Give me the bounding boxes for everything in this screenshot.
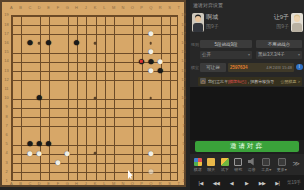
row-label-right: 10 xyxy=(181,96,185,100)
col-label-bottom: L xyxy=(103,182,105,186)
col-label-top: N xyxy=(122,6,125,10)
col-label-bottom: T xyxy=(178,182,180,186)
row-label-right: 5 xyxy=(182,142,184,146)
notice-suffix: ，招募审核指导 xyxy=(246,79,274,84)
black-stone: ● xyxy=(25,38,34,47)
tool-icon xyxy=(262,158,270,166)
white-stone: ● xyxy=(146,66,155,75)
col-label-bottom: K xyxy=(94,182,97,186)
toolbar-label: 棋谱 xyxy=(194,167,202,172)
black-stone: ● xyxy=(44,139,53,148)
label-room: 棋室 xyxy=(191,65,199,70)
game-id-bar: 2597634 4月24日 15:48 xyxy=(228,63,294,72)
col-label-top: F xyxy=(57,6,59,10)
col-label-bottom: A xyxy=(10,182,13,186)
black-stone: ● xyxy=(35,93,44,102)
panel-icon: ≫ xyxy=(292,160,300,168)
col-label-top: Q xyxy=(149,6,152,10)
white-stone: ● xyxy=(146,29,155,38)
row-label-right: 18 xyxy=(181,23,185,27)
row-label-left: 6 xyxy=(5,133,7,137)
col-label-top: E xyxy=(47,6,50,10)
row-label-left: 3 xyxy=(5,161,7,165)
chevron-down-icon: ▾ xyxy=(248,52,250,57)
row-label-left: 10 xyxy=(4,96,8,100)
star-point xyxy=(38,42,41,45)
try-icon xyxy=(221,158,229,166)
playback-button-0[interactable]: |◀ xyxy=(193,180,208,186)
toolbar-button-i-voice[interactable]: 语音 xyxy=(248,158,256,172)
toolbar-button-i-panel[interactable]: ≫ xyxy=(292,160,300,169)
toolbar-label: 聊天 xyxy=(207,167,215,172)
more-icon xyxy=(278,158,286,166)
white-stone: ● xyxy=(25,149,34,158)
move-counter: 第19手 xyxy=(287,180,301,185)
playback-button-4[interactable]: ▶▶ xyxy=(254,180,269,186)
white-stone: ● xyxy=(35,149,44,158)
black-stone: ● xyxy=(44,38,53,47)
row-label-left: 14 xyxy=(4,59,8,63)
record-icon xyxy=(194,158,202,166)
visibility-dropdown[interactable]: 公开▾ xyxy=(200,51,252,59)
star-point xyxy=(94,152,97,155)
col-label-top: T xyxy=(178,6,180,10)
player-name-left: 啊城 xyxy=(206,14,218,21)
col-label-top: P xyxy=(140,6,143,10)
game-number: 2597634 xyxy=(230,65,248,70)
col-label-bottom: R xyxy=(159,182,162,186)
toolbar-button-i-record[interactable]: 棋谱 xyxy=(194,158,202,172)
col-label-bottom: D xyxy=(38,182,41,186)
toolbar-label: 语音 xyxy=(248,167,256,172)
rule-button-right[interactable]: 不用挑战台 xyxy=(256,40,302,48)
toolbar-button-i-try[interactable]: 试下 xyxy=(221,158,229,172)
black-stone: ● xyxy=(137,57,146,66)
playback-button-3[interactable]: ▶ xyxy=(239,180,254,186)
col-label-top: K xyxy=(94,6,97,10)
row-label-right: 12 xyxy=(181,78,185,82)
toolbar: 棋谱聊天试下研究语音工具▾更多▾≫ xyxy=(190,154,304,175)
col-label-bottom: C xyxy=(29,182,32,186)
col-label-bottom: E xyxy=(47,182,50,186)
row-label-right: 7 xyxy=(182,124,184,128)
col-label-top: J xyxy=(85,6,87,10)
white-stone: ● xyxy=(146,149,155,158)
playback-button-2[interactable]: ◀ xyxy=(224,180,239,186)
row-label-left: 4 xyxy=(5,151,7,155)
col-label-top: D xyxy=(38,6,41,10)
col-label-top: M xyxy=(112,6,115,10)
avatar xyxy=(192,13,204,32)
col-label-bottom: H xyxy=(75,182,78,186)
komi-dropdown[interactable]: 黑贴3又3/4子▾ xyxy=(256,51,302,59)
col-label-top: C xyxy=(29,6,32,10)
row-label-left: 18 xyxy=(4,23,8,27)
star-point xyxy=(150,97,153,100)
toolbar-label: 工具▾ xyxy=(261,167,271,172)
row-label-right: 9 xyxy=(182,105,184,109)
col-label-bottom: J xyxy=(85,182,87,186)
toolbar-button-i-doc[interactable]: 研究 xyxy=(234,158,242,172)
col-label-top: H xyxy=(75,6,78,10)
col-label-top: L xyxy=(103,6,105,10)
notice-banner[interactable]: 凸 我们需光年[棋牌知己]，招募审核指导 公開棋盘 > xyxy=(198,77,302,87)
go-board[interactable]: AA1919BB1818CC1717DD1616EE1515FF1414GG13… xyxy=(0,0,186,187)
col-label-bottom: Q xyxy=(149,182,152,186)
row-label-left: 5 xyxy=(5,142,7,146)
chat-icon xyxy=(207,158,215,166)
panel-title: 邀请对弈设置 xyxy=(193,2,223,8)
row-label-left: 17 xyxy=(4,32,8,36)
black-stone: ● xyxy=(72,38,81,47)
white-stone: ● xyxy=(53,158,62,167)
star-point xyxy=(94,97,97,100)
row-label-right: 14 xyxy=(181,59,185,63)
ghost-white-stone: ● xyxy=(146,167,155,176)
black-stone: ● xyxy=(155,66,164,75)
col-label-top: O xyxy=(131,6,134,10)
notice-highlight: [棋牌知己] xyxy=(228,79,246,84)
col-label-top: S xyxy=(168,6,171,10)
megaphone-icon: 凸 xyxy=(200,78,206,84)
row-label-left: 16 xyxy=(4,41,8,45)
row-label-left: 15 xyxy=(4,50,8,54)
row-label-left: 11 xyxy=(4,87,8,91)
row-label-right: 2 xyxy=(182,170,184,174)
toolbar-label: 更多▾ xyxy=(277,167,287,172)
row-label-left: 7 xyxy=(5,124,7,128)
notice-link[interactable]: 公開棋盘 > xyxy=(281,79,300,84)
player-tag-right: 围9子 xyxy=(258,23,289,29)
invite-button[interactable]: 邀请对弈 xyxy=(195,141,299,152)
star-point xyxy=(150,42,153,45)
rule-button-left[interactable]: 5段挑战9段 xyxy=(200,40,252,48)
row-label-right: 4 xyxy=(182,151,184,155)
col-label-bottom: N xyxy=(122,182,125,186)
chevron-down-icon: ▾ xyxy=(298,52,300,57)
handicap-chip[interactable]: 可让授 xyxy=(200,63,226,72)
playback-button-5[interactable]: ▶| xyxy=(270,180,285,186)
row-label-right: 6 xyxy=(182,133,184,137)
toolbar-button-i-more[interactable]: 更多▾ xyxy=(277,158,287,172)
row-label-right: 15 xyxy=(181,50,185,54)
col-label-bottom: O xyxy=(131,182,134,186)
col-label-bottom: F xyxy=(57,182,59,186)
avatar xyxy=(291,13,303,32)
row-label-left: 9 xyxy=(5,105,7,109)
notice-prefix: 我们需光年 xyxy=(208,79,228,84)
col-label-bottom: P xyxy=(140,182,143,186)
toolbar-button-i-tool[interactable]: 工具▾ xyxy=(261,158,271,172)
chat-area xyxy=(190,87,304,140)
row-label-left: 12 xyxy=(4,78,8,82)
player-tag-left: 围9子 xyxy=(206,23,219,29)
doc-icon xyxy=(234,158,242,166)
row-label-right: 16 xyxy=(181,41,185,45)
info-icon[interactable]: i xyxy=(296,64,303,71)
voice-icon xyxy=(248,158,256,166)
row-label-left: 8 xyxy=(5,115,7,119)
row-label-left: 19 xyxy=(4,13,8,17)
player-name-right: 让9子 xyxy=(258,14,289,21)
row-label-left: 2 xyxy=(5,170,7,174)
col-label-top: B xyxy=(19,6,22,10)
row-label-left: 1 xyxy=(5,179,7,183)
col-label-bottom: S xyxy=(168,182,171,186)
label-rules: 规则 xyxy=(191,42,199,47)
move-playback-bar: |◀◀◀◀▶▶▶▶|第19手 xyxy=(190,175,304,190)
toolbar-label: 研究 xyxy=(234,167,242,172)
col-label-top: A xyxy=(10,6,13,10)
playback-button-1[interactable]: ◀◀ xyxy=(208,180,223,186)
row-label-right: 11 xyxy=(181,87,185,91)
star-point xyxy=(94,42,97,45)
col-label-bottom: B xyxy=(19,182,22,186)
row-label-right: 19 xyxy=(181,13,185,17)
row-label-right: 17 xyxy=(181,32,185,36)
row-label-right: 8 xyxy=(182,115,184,119)
game-time: 4月24日 15:48 xyxy=(266,65,292,70)
toolbar-label: 试下 xyxy=(221,167,229,172)
col-label-bottom: G xyxy=(66,182,69,186)
white-stone: ● xyxy=(62,149,71,158)
last-move-marker xyxy=(140,60,143,63)
col-label-bottom: M xyxy=(112,182,115,186)
row-label-right: 13 xyxy=(181,69,185,73)
col-label-top: G xyxy=(66,6,69,10)
toolbar-button-i-chat[interactable]: 聊天 xyxy=(207,158,215,172)
row-label-right: 3 xyxy=(182,161,184,165)
row-label-right: 1 xyxy=(182,179,184,183)
row-label-left: 13 xyxy=(4,69,8,73)
col-label-top: R xyxy=(159,6,162,10)
